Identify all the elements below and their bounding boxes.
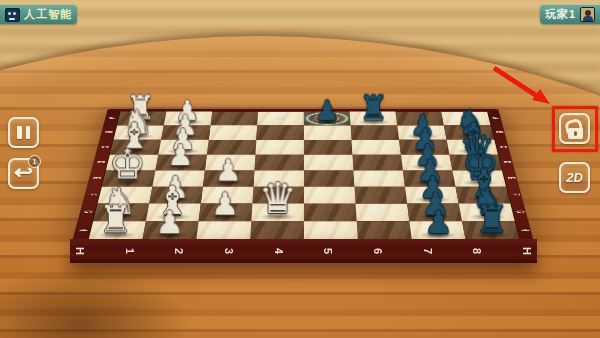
square-d4[interactable] — [254, 155, 304, 171]
square-h7[interactable]: ♟ — [409, 221, 465, 239]
square-g5[interactable] — [304, 204, 357, 222]
piece-bR-h8[interactable]: ♜ — [475, 200, 509, 238]
undo-count-badge: 1 — [28, 155, 41, 168]
front-coordinate-label: H — [74, 245, 86, 257]
square-g3[interactable]: ♟ — [199, 204, 253, 222]
square-g4[interactable]: ♛ — [251, 204, 304, 222]
front-coordinate-label: H — [521, 245, 533, 257]
piece-wQ-g4[interactable]: ♛ — [258, 177, 296, 220]
right-coordinate-letter: G — [514, 210, 525, 213]
left-coordinate-letter: A — [107, 117, 117, 120]
front-coordinate-label: 8 — [471, 245, 483, 257]
square-d5[interactable] — [304, 155, 354, 171]
square-h4[interactable] — [250, 221, 304, 239]
view-2d-button[interactable]: 2D — [559, 162, 590, 193]
square-a4[interactable] — [257, 112, 304, 126]
right-coordinate-letter: C — [498, 145, 509, 148]
square-f5[interactable] — [304, 187, 356, 204]
square-h1[interactable]: ♜ — [89, 221, 146, 239]
board-grid[interactable]: ♜♟♟♜♞♟♟♞♝♟♟♝♟♟♛♚♟♟♚♟♟♝♞♝♟♛♟♞♜♟♟♜AABBCCDD… — [88, 111, 521, 240]
2d-label: 2D — [566, 170, 583, 185]
ai-player-badge: 人工智能 — [0, 5, 77, 24]
square-h2[interactable]: ♟ — [142, 221, 198, 239]
square-d6[interactable] — [352, 155, 403, 171]
square-g6[interactable] — [356, 204, 410, 222]
front-coordinate-label: 4 — [273, 245, 285, 257]
square-a5[interactable]: ♟ — [304, 112, 351, 126]
right-coordinate-letter: H — [519, 228, 531, 231]
left-coordinate-letter: F — [87, 193, 98, 196]
pause-icon — [17, 126, 30, 139]
robot-icon — [5, 8, 20, 22]
piece-wK-e1[interactable]: ♚ — [109, 144, 146, 185]
right-coordinate-letter: E — [506, 176, 517, 179]
right-coordinate-letter: A — [491, 117, 501, 120]
piece-wP-e3[interactable]: ♟ — [215, 156, 242, 186]
square-f6[interactable] — [354, 187, 407, 204]
piece-wP-g3[interactable]: ♟ — [211, 189, 239, 220]
front-coordinate-label: 1 — [124, 245, 136, 257]
square-c5[interactable] — [304, 140, 353, 155]
piece-bR-a6[interactable]: ♜ — [359, 92, 388, 125]
square-a6[interactable]: ♜ — [350, 112, 398, 126]
left-coordinate-letter: H — [77, 228, 89, 231]
left-coordinate-letter: G — [82, 210, 93, 213]
square-h5[interactable] — [304, 221, 358, 239]
square-e3[interactable]: ♟ — [203, 170, 255, 186]
square-a3[interactable] — [211, 112, 259, 126]
right-coordinate-letter: F — [510, 193, 521, 196]
left-coordinate-letter: B — [103, 131, 113, 134]
tutorial-red-arrow — [488, 62, 558, 112]
left-coordinate-letter: E — [91, 176, 102, 179]
ai-player-label: 人工智能 — [24, 7, 72, 22]
undo-button[interactable]: ↩ 1 — [8, 158, 39, 189]
piece-wR-h1[interactable]: ♜ — [99, 200, 133, 238]
front-coordinate-label: 5 — [322, 245, 334, 257]
square-c4[interactable] — [255, 140, 304, 155]
front-coordinate-label: 2 — [173, 245, 185, 257]
app-window: ♜♟♟♜♞♟♟♞♝♟♟♝♟♟♛♚♟♟♚♟♟♝♞♝♟♛♟♞♜♟♟♜AABBCCDD… — [0, 0, 600, 338]
human-player-label: 玩家1 — [545, 7, 576, 22]
square-b5[interactable] — [304, 125, 352, 139]
square-b6[interactable] — [351, 125, 400, 139]
square-e6[interactable] — [353, 170, 405, 186]
front-coordinate-label: 7 — [422, 245, 434, 257]
square-h6[interactable] — [357, 221, 412, 239]
human-player-badge: 玩家1 — [540, 5, 600, 24]
pause-button[interactable] — [8, 117, 39, 148]
square-e5[interactable] — [304, 170, 355, 186]
square-c3[interactable] — [207, 140, 256, 155]
board-frame: ♜♟♟♜♞♟♟♞♝♟♟♝♟♟♛♚♟♟♚♟♟♝♞♝♟♛♟♞♜♟♟♜AABBCCDD… — [72, 109, 534, 242]
chessboard-3d[interactable]: ♜♟♟♜♞♟♟♞♝♟♟♝♟♟♛♚♟♟♚♟♟♝♞♝♟♛♟♞♜♟♟♜AABBCCDD… — [72, 109, 534, 242]
square-h8[interactable]: ♜ — [462, 221, 519, 239]
board-front-face: H12345678H — [70, 239, 537, 263]
square-d2[interactable]: ♟ — [155, 155, 206, 171]
left-coordinate-letter: D — [95, 161, 106, 164]
legal-move-hint[interactable] — [270, 115, 291, 121]
piece-bP-h7[interactable]: ♟ — [424, 206, 453, 238]
piece-wP-h2[interactable]: ♟ — [155, 206, 184, 238]
front-coordinate-label: 3 — [223, 245, 235, 257]
square-c6[interactable] — [351, 140, 400, 155]
front-coordinate-label: 6 — [372, 245, 384, 257]
piece-wP-d2[interactable]: ♟ — [167, 140, 193, 169]
lock-button[interactable] — [559, 113, 590, 144]
square-b3[interactable] — [209, 125, 257, 139]
avatar-icon — [580, 7, 595, 22]
square-h3[interactable] — [196, 221, 251, 239]
right-coordinate-letter: D — [502, 161, 513, 164]
right-coordinate-letter: B — [494, 131, 504, 134]
square-b4[interactable] — [256, 125, 304, 139]
